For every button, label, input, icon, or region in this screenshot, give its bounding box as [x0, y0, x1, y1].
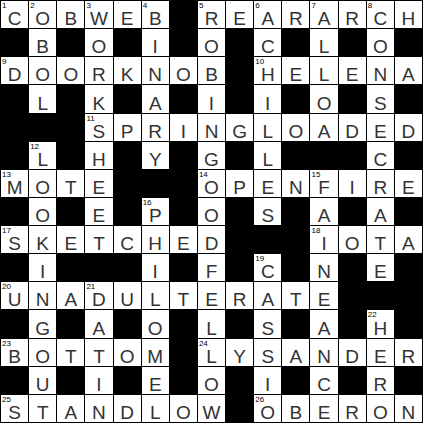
- black-cell: [395, 254, 422, 281]
- letter-cell[interactable]: E: [395, 170, 422, 197]
- letter-cell[interactable]: T: [282, 282, 309, 309]
- letter-cell[interactable]: A: [367, 198, 394, 225]
- letter-cell[interactable]: U: [114, 282, 141, 309]
- cell-letter: E: [395, 178, 422, 197]
- letter-cell[interactable]: 10H: [254, 57, 281, 84]
- letter-cell[interactable]: O: [29, 198, 56, 225]
- cell-letter: I: [142, 262, 169, 281]
- letter-cell[interactable]: I: [254, 367, 281, 394]
- cell-letter: A: [57, 403, 84, 422]
- letter-cell[interactable]: E: [367, 339, 394, 366]
- black-cell: [339, 85, 366, 112]
- cell-letter: S: [1, 234, 28, 253]
- black-cell: [226, 29, 253, 56]
- letter-cell[interactable]: E: [254, 170, 281, 197]
- black-cell: [57, 142, 84, 169]
- cell-letter: E: [170, 234, 197, 253]
- letter-cell[interactable]: O: [198, 29, 225, 56]
- cell-letter: B: [142, 9, 169, 28]
- letter-cell[interactable]: E: [85, 170, 112, 197]
- cell-letter: A: [310, 319, 337, 338]
- letter-cell[interactable]: 23B: [1, 339, 28, 366]
- letter-cell[interactable]: E: [198, 282, 225, 309]
- letter-cell[interactable]: C: [254, 29, 281, 56]
- letter-cell[interactable]: O: [170, 395, 197, 422]
- letter-cell[interactable]: D: [339, 339, 366, 366]
- black-cell: [170, 310, 197, 337]
- black-cell: [57, 114, 84, 141]
- cell-letter: S: [367, 94, 394, 113]
- black-cell: [1, 198, 28, 225]
- letter-cell[interactable]: Y: [142, 142, 169, 169]
- black-cell: [395, 310, 422, 337]
- letter-cell[interactable]: 26O: [254, 395, 281, 422]
- cell-letter: E: [367, 122, 394, 141]
- letter-cell[interactable]: A: [85, 310, 112, 337]
- cell-letter: E: [114, 9, 141, 28]
- cell-letter: A: [57, 290, 84, 309]
- letter-cell[interactable]: K: [114, 57, 141, 84]
- letter-cell[interactable]: O: [29, 57, 56, 84]
- letter-cell[interactable]: O: [310, 85, 337, 112]
- letter-cell[interactable]: 3W: [85, 1, 112, 28]
- cell-letter: A: [310, 9, 337, 28]
- letter-cell[interactable]: E: [367, 114, 394, 141]
- letter-cell[interactable]: M: [142, 339, 169, 366]
- letter-cell[interactable]: 24L: [198, 339, 225, 366]
- letter-cell[interactable]: N: [142, 57, 169, 84]
- letter-cell[interactable]: D: [198, 226, 225, 253]
- letter-cell[interactable]: C: [367, 142, 394, 169]
- letter-cell[interactable]: E: [170, 226, 197, 253]
- letter-cell[interactable]: 8C: [367, 1, 394, 28]
- letter-cell[interactable]: D: [339, 114, 366, 141]
- black-cell: [226, 226, 253, 253]
- letter-cell[interactable]: 22H: [367, 310, 394, 337]
- letter-cell[interactable]: N: [29, 282, 56, 309]
- letter-cell[interactable]: R: [367, 170, 394, 197]
- letter-cell[interactable]: E: [367, 254, 394, 281]
- letter-cell[interactable]: U: [29, 367, 56, 394]
- letter-cell[interactable]: I: [29, 254, 56, 281]
- letter-cell[interactable]: 2O: [29, 1, 56, 28]
- cell-letter: C: [254, 262, 281, 281]
- black-cell: [1, 310, 28, 337]
- cell-letter: R: [339, 403, 366, 422]
- letter-cell[interactable]: O: [367, 29, 394, 56]
- black-cell: [226, 57, 253, 84]
- letter-cell[interactable]: T: [57, 170, 84, 197]
- letter-cell[interactable]: A: [142, 85, 169, 112]
- black-cell: [339, 198, 366, 225]
- letter-cell[interactable]: 14O: [198, 170, 225, 197]
- cell-letter: N: [310, 347, 337, 366]
- letter-cell[interactable]: T: [85, 339, 112, 366]
- letter-cell[interactable]: H: [85, 142, 112, 169]
- letter-cell[interactable]: H: [142, 226, 169, 253]
- black-cell: [170, 254, 197, 281]
- letter-cell[interactable]: 20U: [1, 282, 28, 309]
- letter-cell[interactable]: A: [254, 282, 281, 309]
- letter-cell[interactable]: N: [85, 395, 112, 422]
- letter-cell[interactable]: N: [395, 395, 422, 422]
- cell-letter: L: [142, 403, 169, 422]
- cell-letter: S: [254, 206, 281, 225]
- letter-cell[interactable]: B: [198, 57, 225, 84]
- cell-letter: O: [339, 234, 366, 253]
- cell-letter: U: [29, 375, 56, 394]
- black-cell: [114, 367, 141, 394]
- letter-cell[interactable]: C: [310, 367, 337, 394]
- cell-letter: G: [29, 319, 56, 338]
- cell-letter: I: [254, 94, 281, 113]
- letter-cell[interactable]: L: [254, 114, 281, 141]
- letter-cell[interactable]: H: [395, 1, 422, 28]
- cell-letter: T: [29, 403, 56, 422]
- cell-letter: I: [310, 234, 337, 253]
- black-cell: [395, 29, 422, 56]
- letter-cell[interactable]: 7A: [310, 1, 337, 28]
- letter-cell[interactable]: C: [114, 226, 141, 253]
- black-cell: [254, 226, 281, 253]
- letter-cell[interactable]: A: [310, 198, 337, 225]
- letter-cell[interactable]: E: [114, 1, 141, 28]
- black-cell: [226, 395, 253, 422]
- letter-cell[interactable]: L: [198, 310, 225, 337]
- cell-letter: O: [170, 403, 197, 422]
- letter-cell[interactable]: G: [198, 142, 225, 169]
- black-cell: [339, 310, 366, 337]
- cell-letter: T: [85, 347, 112, 366]
- letter-cell[interactable]: E: [226, 1, 253, 28]
- letter-cell[interactable]: 6A: [254, 1, 281, 28]
- letter-cell[interactable]: R: [226, 282, 253, 309]
- black-cell: [395, 282, 422, 309]
- crossword-grid: 1C2OB3WE4B5RE6AR7AR8CHBOIOCLO9DOORKNOB10…: [0, 0, 423, 423]
- cell-letter: N: [29, 290, 56, 309]
- cell-letter: N: [85, 403, 112, 422]
- cell-letter: E: [367, 262, 394, 281]
- cell-letter: O: [367, 37, 394, 56]
- black-cell: [57, 29, 84, 56]
- black-cell: [170, 142, 197, 169]
- black-cell: [226, 254, 253, 281]
- black-cell: [395, 142, 422, 169]
- cell-letter: T: [57, 347, 84, 366]
- letter-cell[interactable]: T: [29, 395, 56, 422]
- black-cell: [114, 29, 141, 56]
- cell-letter: S: [254, 347, 281, 366]
- letter-cell[interactable]: G: [226, 114, 253, 141]
- cell-letter: B: [282, 403, 309, 422]
- letter-cell[interactable]: E: [339, 57, 366, 84]
- letter-cell[interactable]: L: [310, 29, 337, 56]
- letter-cell[interactable]: B: [29, 29, 56, 56]
- cell-letter: M: [1, 178, 28, 197]
- letter-cell[interactable]: G: [29, 310, 56, 337]
- cell-letter: L: [29, 150, 56, 169]
- letter-cell[interactable]: E: [57, 226, 84, 253]
- cell-letter: O: [29, 347, 56, 366]
- letter-cell[interactable]: I: [198, 85, 225, 112]
- letter-cell[interactable]: I: [142, 254, 169, 281]
- letter-cell[interactable]: R: [85, 57, 112, 84]
- letter-cell[interactable]: O: [29, 339, 56, 366]
- cell-letter: L: [142, 290, 169, 309]
- cell-letter: C: [254, 37, 281, 56]
- black-cell: [226, 367, 253, 394]
- letter-cell[interactable]: P: [226, 170, 253, 197]
- cell-letter: O: [29, 178, 56, 197]
- cell-letter: I: [254, 375, 281, 394]
- letter-cell[interactable]: S: [254, 339, 281, 366]
- black-cell: [85, 254, 112, 281]
- cell-letter: N: [367, 65, 394, 84]
- letter-cell[interactable]: A: [57, 395, 84, 422]
- letter-cell[interactable]: I: [142, 29, 169, 56]
- cell-letter: P: [226, 178, 253, 197]
- letter-cell[interactable]: 21D: [85, 282, 112, 309]
- black-cell: [339, 254, 366, 281]
- letter-cell[interactable]: 17S: [1, 226, 28, 253]
- black-cell: [1, 367, 28, 394]
- cell-letter: H: [142, 234, 169, 253]
- cell-letter: N: [310, 262, 337, 281]
- cell-letter: D: [1, 65, 28, 84]
- black-cell: [114, 310, 141, 337]
- letter-cell[interactable]: 11S: [85, 114, 112, 141]
- letter-cell[interactable]: L: [142, 395, 169, 422]
- black-cell: [57, 198, 84, 225]
- cell-letter: W: [198, 403, 225, 422]
- letter-cell[interactable]: 25S: [1, 395, 28, 422]
- letter-cell[interactable]: T: [85, 226, 112, 253]
- letter-cell[interactable]: O: [29, 170, 56, 197]
- cell-letter: T: [282, 290, 309, 309]
- letter-cell[interactable]: O: [142, 310, 169, 337]
- letter-cell[interactable]: E: [142, 367, 169, 394]
- cell-letter: E: [198, 290, 225, 309]
- letter-cell[interactable]: I: [170, 114, 197, 141]
- letter-cell[interactable]: I: [85, 367, 112, 394]
- cell-letter: A: [395, 234, 422, 253]
- letter-cell[interactable]: O: [170, 57, 197, 84]
- letter-cell[interactable]: E: [282, 57, 309, 84]
- letter-cell[interactable]: R: [339, 1, 366, 28]
- cell-letter: E: [57, 234, 84, 253]
- cell-letter: U: [1, 290, 28, 309]
- cell-letter: O: [282, 122, 309, 141]
- black-cell: [57, 367, 84, 394]
- letter-cell[interactable]: D: [395, 114, 422, 141]
- letter-cell[interactable]: A: [310, 114, 337, 141]
- letter-cell[interactable]: A: [57, 282, 84, 309]
- cell-letter: C: [114, 234, 141, 253]
- cell-letter: P: [142, 206, 169, 225]
- cell-letter: L: [29, 94, 56, 113]
- letter-cell[interactable]: 19C: [254, 254, 281, 281]
- cell-letter: A: [85, 319, 112, 338]
- letter-cell[interactable]: E: [85, 198, 112, 225]
- letter-cell[interactable]: I: [254, 85, 281, 112]
- black-cell: [226, 310, 253, 337]
- cell-letter: T: [170, 290, 197, 309]
- cell-letter: O: [198, 178, 225, 197]
- cell-letter: O: [29, 206, 56, 225]
- black-cell: [1, 85, 28, 112]
- cell-letter: D: [85, 290, 112, 309]
- letter-cell[interactable]: A: [282, 339, 309, 366]
- cell-letter: C: [367, 150, 394, 169]
- cell-letter: C: [310, 375, 337, 394]
- letter-cell[interactable]: L: [142, 282, 169, 309]
- cell-letter: U: [114, 290, 141, 309]
- cell-letter: T: [85, 234, 112, 253]
- letter-cell[interactable]: 15F: [310, 170, 337, 197]
- letter-cell[interactable]: O: [367, 395, 394, 422]
- letter-cell[interactable]: O: [198, 367, 225, 394]
- letter-cell[interactable]: W: [198, 395, 225, 422]
- black-cell: [170, 367, 197, 394]
- cell-letter: D: [339, 347, 366, 366]
- cell-letter: O: [85, 37, 112, 56]
- letter-cell[interactable]: N: [198, 114, 225, 141]
- letter-cell[interactable]: E: [310, 282, 337, 309]
- letter-cell[interactable]: R: [367, 367, 394, 394]
- letter-cell[interactable]: A: [395, 57, 422, 84]
- letter-cell[interactable]: 18I: [310, 226, 337, 253]
- black-cell: [142, 170, 169, 197]
- letter-cell[interactable]: S: [254, 310, 281, 337]
- letter-cell[interactable]: B: [282, 395, 309, 422]
- cell-letter: N: [395, 403, 422, 422]
- black-cell: [1, 29, 28, 56]
- black-cell: [170, 85, 197, 112]
- letter-cell[interactable]: N: [310, 339, 337, 366]
- cell-letter: L: [254, 122, 281, 141]
- cell-letter: R: [198, 9, 225, 28]
- letter-cell[interactable]: 16P: [142, 198, 169, 225]
- cell-letter: R: [85, 65, 112, 84]
- black-cell: [282, 142, 309, 169]
- black-cell: [310, 142, 337, 169]
- cell-letter: I: [29, 262, 56, 281]
- letter-cell[interactable]: S: [367, 85, 394, 112]
- letter-cell[interactable]: T: [367, 226, 394, 253]
- black-cell: [1, 114, 28, 141]
- letter-cell[interactable]: 5R: [198, 1, 225, 28]
- cell-letter: D: [198, 234, 225, 253]
- letter-cell[interactable]: 12L: [29, 142, 56, 169]
- cell-letter: B: [198, 65, 225, 84]
- letter-cell[interactable]: A: [395, 226, 422, 253]
- black-cell: [114, 254, 141, 281]
- letter-cell[interactable]: O: [339, 226, 366, 253]
- cell-letter: K: [29, 234, 56, 253]
- black-cell: [29, 114, 56, 141]
- letter-cell[interactable]: L: [29, 85, 56, 112]
- cell-letter: B: [57, 9, 84, 28]
- cell-letter: O: [114, 347, 141, 366]
- cell-letter: H: [367, 319, 394, 338]
- cell-letter: R: [282, 9, 309, 28]
- letter-cell[interactable]: N: [310, 254, 337, 281]
- black-cell: [114, 142, 141, 169]
- letter-cell[interactable]: E: [310, 395, 337, 422]
- black-cell: [114, 85, 141, 112]
- black-cell: [339, 367, 366, 394]
- cell-letter: D: [395, 122, 422, 141]
- letter-cell[interactable]: T: [57, 339, 84, 366]
- letter-cell[interactable]: 4B: [142, 1, 169, 28]
- black-cell: [57, 310, 84, 337]
- black-cell: [395, 85, 422, 112]
- cell-letter: I: [85, 375, 112, 394]
- black-cell: [339, 142, 366, 169]
- letter-cell[interactable]: I: [339, 170, 366, 197]
- cell-letter: N: [142, 65, 169, 84]
- letter-cell[interactable]: O: [114, 339, 141, 366]
- cell-letter: A: [310, 122, 337, 141]
- letter-cell[interactable]: A: [310, 310, 337, 337]
- cell-letter: I: [142, 37, 169, 56]
- letter-cell[interactable]: O: [282, 114, 309, 141]
- cell-letter: S: [1, 403, 28, 422]
- cell-letter: E: [254, 178, 281, 197]
- letter-cell[interactable]: K: [85, 85, 112, 112]
- letter-cell[interactable]: 13M: [1, 170, 28, 197]
- cell-letter: I: [170, 122, 197, 141]
- letter-cell[interactable]: R: [339, 395, 366, 422]
- cell-letter: G: [226, 122, 253, 141]
- letter-cell[interactable]: L: [310, 57, 337, 84]
- letter-cell[interactable]: R: [282, 1, 309, 28]
- letter-cell[interactable]: 1C: [1, 1, 28, 28]
- letter-cell[interactable]: O: [57, 57, 84, 84]
- letter-cell[interactable]: P: [114, 114, 141, 141]
- letter-cell[interactable]: L: [254, 142, 281, 169]
- cell-letter: A: [254, 290, 281, 309]
- cell-letter: E: [339, 65, 366, 84]
- letter-cell[interactable]: T: [170, 282, 197, 309]
- black-cell: [114, 198, 141, 225]
- cell-letter: C: [1, 9, 28, 28]
- letter-cell[interactable]: 9D: [1, 57, 28, 84]
- letter-cell[interactable]: N: [367, 57, 394, 84]
- letter-cell[interactable]: Y: [226, 339, 253, 366]
- cell-letter: F: [198, 262, 225, 281]
- letter-cell[interactable]: K: [29, 226, 56, 253]
- cell-letter: R: [367, 375, 394, 394]
- cell-letter: Y: [226, 347, 253, 366]
- letter-cell[interactable]: B: [57, 1, 84, 28]
- black-cell: [282, 367, 309, 394]
- cell-letter: L: [198, 347, 225, 366]
- black-cell: [339, 282, 366, 309]
- letter-cell[interactable]: R: [142, 114, 169, 141]
- letter-cell[interactable]: N: [282, 170, 309, 197]
- cell-letter: E: [310, 290, 337, 309]
- cell-letter: O: [367, 403, 394, 422]
- letter-cell[interactable]: O: [198, 198, 225, 225]
- letter-cell[interactable]: S: [254, 198, 281, 225]
- letter-cell[interactable]: D: [114, 395, 141, 422]
- black-cell: [282, 29, 309, 56]
- letter-cell[interactable]: R: [395, 339, 422, 366]
- cell-letter: L: [310, 37, 337, 56]
- letter-cell[interactable]: F: [198, 254, 225, 281]
- letter-cell[interactable]: O: [85, 29, 112, 56]
